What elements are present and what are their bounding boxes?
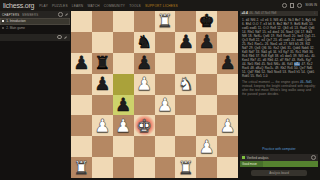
black-knight[interactable]: ♞ <box>136 33 152 51</box>
white-king[interactable]: ♚ <box>136 117 152 135</box>
black-pawn[interactable]: ♟ <box>115 96 131 114</box>
square-b8[interactable] <box>92 11 113 32</box>
black-pawn[interactable]: ♟ <box>199 33 215 51</box>
white-pawn[interactable]: ♟ <box>157 96 173 114</box>
square-f7[interactable]: ♟ <box>175 32 196 53</box>
sidebar-tab-icons <box>58 12 68 17</box>
nav-learn[interactable]: Learn <box>72 4 84 8</box>
nav-community[interactable]: Community <box>104 4 125 8</box>
challenge-icon[interactable] <box>290 3 295 8</box>
square-f1[interactable]: ♜ <box>175 157 196 178</box>
square-c8[interactable] <box>113 11 134 32</box>
square-a2[interactable] <box>71 136 92 157</box>
topbar-right: Sign in <box>282 3 317 8</box>
square-b1[interactable] <box>92 157 113 178</box>
edit-icon[interactable] <box>64 35 67 38</box>
square-c7[interactable] <box>113 32 134 53</box>
square-b4[interactable] <box>92 95 113 116</box>
moves-before[interactable]: 1. d4 Nf6 2. c4 e6 3. Nf3 d5 4. Nc3 Be7 … <box>242 18 316 66</box>
tab-members[interactable]: Members <box>22 13 38 17</box>
nav-watch[interactable]: Watch <box>87 4 99 8</box>
square-h8[interactable] <box>217 11 238 32</box>
top-bar: lichess.org Play Puzzles Learn Watch Com… <box>0 0 320 11</box>
square-d3[interactable]: ♚ <box>134 115 155 136</box>
chapter-item-2[interactable]: 2. Main game <box>0 25 70 32</box>
white-pawn[interactable]: ♟ <box>136 75 152 93</box>
lichess-logo[interactable]: lichess.org <box>3 2 34 9</box>
square-c6[interactable] <box>113 53 134 74</box>
sidebar: Chapters Members 1. Introduction 2. Main… <box>0 11 70 180</box>
square-g2[interactable]: ♟ <box>196 136 217 157</box>
square-f3[interactable] <box>175 115 196 136</box>
white-pawn[interactable]: ♟ <box>94 117 110 135</box>
square-g1[interactable] <box>196 157 217 178</box>
engine-toggle-row: Verified analysis <box>240 154 318 161</box>
square-c3[interactable]: ♟ <box>113 115 134 136</box>
square-f8[interactable] <box>175 11 196 32</box>
practice-link[interactable]: Practice with computer <box>240 147 318 151</box>
square-h3[interactable]: ♟ <box>217 115 238 136</box>
white-pawn[interactable]: ♟ <box>115 117 131 135</box>
square-g4[interactable] <box>196 95 217 116</box>
square-g5[interactable] <box>196 74 217 95</box>
square-a8[interactable] <box>71 11 92 32</box>
square-f4[interactable] <box>175 95 196 116</box>
search-icon[interactable] <box>282 3 287 8</box>
black-pawn[interactable]: ♟ <box>73 54 89 72</box>
white-pawn[interactable]: ♟ <box>219 117 235 135</box>
square-e8[interactable]: ♜ <box>155 11 176 32</box>
square-c1[interactable] <box>113 157 134 178</box>
sign-in-button[interactable]: Sign in <box>305 3 317 7</box>
black-rook[interactable]: ♜ <box>94 54 110 72</box>
chess-board[interactable]: ♜♚♞♟♟♟♜♟♟♟♟♞♟♟♟♟♚♟♟♜♜ <box>71 11 238 178</box>
square-d8[interactable] <box>134 11 155 32</box>
nav-play[interactable]: Play <box>39 4 48 8</box>
square-e3[interactable] <box>155 115 176 136</box>
square-a4[interactable] <box>71 95 92 116</box>
search-icon[interactable] <box>58 12 63 17</box>
menu-dots-icon[interactable]: ⋮ <box>313 11 317 15</box>
square-f5[interactable]: ♞ <box>175 74 196 95</box>
square-h4[interactable] <box>217 95 238 116</box>
edit-icon[interactable] <box>65 13 68 16</box>
square-a7[interactable] <box>71 32 92 53</box>
square-e4[interactable]: ♟ <box>155 95 176 116</box>
square-a6[interactable]: ♟ <box>71 53 92 74</box>
square-b2[interactable] <box>92 136 113 157</box>
move-list[interactable]: 1. d4 Nf6 2. c4 e6 3. Nf3 d5 4. Nc3 Be7 … <box>240 16 318 96</box>
nav-tools[interactable]: Tools <box>129 4 141 8</box>
square-g6[interactable] <box>196 53 217 74</box>
square-h1[interactable] <box>217 157 238 178</box>
annotation-bar[interactable]: Good move <box>240 161 318 167</box>
nav-donate[interactable]: Support lichess <box>145 4 178 8</box>
chapter-label: 2. Main game <box>6 26 25 30</box>
black-pawn[interactable]: ♟ <box>136 54 152 72</box>
square-b6[interactable]: ♜ <box>92 53 113 74</box>
black-pawn[interactable]: ♟ <box>94 75 110 93</box>
square-e1[interactable] <box>155 157 176 178</box>
engine-best-line: 46...Nd5 47.Ne3 Rb8 <box>249 11 311 15</box>
square-d1[interactable] <box>134 157 155 178</box>
black-pawn[interactable]: ♟ <box>219 54 235 72</box>
square-d7[interactable]: ♞ <box>134 32 155 53</box>
comment-text: instead, keeping the knight centralised … <box>242 84 316 96</box>
annotation-label: Good move <box>242 162 257 166</box>
black-king[interactable]: ♚ <box>199 12 215 30</box>
square-b5[interactable]: ♟ <box>92 74 113 95</box>
square-e7[interactable] <box>155 32 176 53</box>
white-pawn[interactable]: ♟ <box>199 138 215 156</box>
square-h7[interactable] <box>217 32 238 53</box>
analysis-panel: +0.4 46...Nd5 47.Ne3 Rb8 ⋮ 1. d4 Nf6 2. … <box>240 10 318 180</box>
square-h6[interactable]: ♟ <box>217 53 238 74</box>
square-h2[interactable] <box>217 136 238 157</box>
tab-chapters[interactable]: Chapters <box>2 13 19 17</box>
sidebar-toolbar <box>0 34 70 41</box>
square-d4[interactable] <box>134 95 155 116</box>
square-d2[interactable] <box>134 136 155 157</box>
white-rook[interactable]: ♜ <box>73 159 89 177</box>
square-g8[interactable]: ♚ <box>196 11 217 32</box>
square-e2[interactable] <box>155 136 176 157</box>
square-e5[interactable] <box>155 74 176 95</box>
square-b7[interactable] <box>92 32 113 53</box>
square-g7[interactable]: ♟ <box>196 32 217 53</box>
main-nav: Play Puzzles Learn Watch Community Tools… <box>39 4 178 8</box>
engine-status-icon <box>242 156 245 159</box>
gear-icon[interactable] <box>311 155 316 160</box>
square-c4[interactable]: ♟ <box>113 95 134 116</box>
chapter-status-icon <box>2 20 4 22</box>
square-f6[interactable] <box>175 53 196 74</box>
square-e6[interactable] <box>155 53 176 74</box>
square-c5[interactable] <box>113 74 134 95</box>
chapter-status-icon <box>2 27 4 29</box>
square-a1[interactable]: ♜ <box>71 157 92 178</box>
sidebar-tabs: Chapters Members <box>0 11 70 18</box>
notifications-icon[interactable] <box>297 3 302 8</box>
square-b3[interactable]: ♟ <box>92 115 113 136</box>
square-c2[interactable] <box>113 136 134 157</box>
analysis-board-button[interactable]: Analysis board <box>251 170 307 177</box>
engine-label: Verified analysis <box>247 156 309 160</box>
square-h5[interactable] <box>217 74 238 95</box>
chapter-label: 1. Introduction <box>6 19 26 23</box>
square-d5[interactable]: ♟ <box>134 74 155 95</box>
black-pawn[interactable]: ♟ <box>178 33 194 51</box>
white-rook[interactable]: ♜ <box>178 159 194 177</box>
square-a3[interactable] <box>71 115 92 136</box>
square-d6[interactable]: ♟ <box>134 53 155 74</box>
white-knight[interactable]: ♞ <box>178 75 194 93</box>
nav-puzzles[interactable]: Puzzles <box>52 4 68 8</box>
square-f2[interactable] <box>175 136 196 157</box>
square-g3[interactable] <box>196 115 217 136</box>
square-a5[interactable] <box>71 74 92 95</box>
move-comment: The critical moment — the engine gives 4… <box>242 80 316 96</box>
white-rook[interactable]: ♜ <box>157 12 173 30</box>
engine-eval: +0.4 <box>242 11 248 15</box>
search-icon[interactable] <box>57 35 62 40</box>
